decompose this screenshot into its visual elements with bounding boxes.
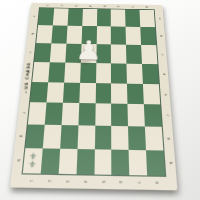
board-square xyxy=(43,125,62,149)
board-square xyxy=(129,150,147,175)
board-square xyxy=(126,27,141,45)
coordinate-label: 5 xyxy=(100,175,106,188)
board-square xyxy=(28,103,47,125)
board-square xyxy=(112,150,130,175)
board-square xyxy=(66,26,82,44)
board-square xyxy=(67,9,82,26)
board-square xyxy=(79,82,96,103)
board-square xyxy=(96,44,111,63)
coordinate-label: 4 xyxy=(81,175,88,188)
board-square xyxy=(143,83,160,104)
edge-labels-bottom: 12345678 xyxy=(22,176,166,188)
board-square xyxy=(95,104,112,127)
board-square xyxy=(112,126,129,150)
coordinate-label: 7 xyxy=(135,176,142,189)
coordinate-label: 1 xyxy=(27,174,35,187)
board-square xyxy=(96,26,111,44)
board-square xyxy=(96,63,112,83)
chess-grid: ⚜⚜ xyxy=(23,8,165,176)
board-square xyxy=(94,126,111,150)
board-square xyxy=(145,127,163,151)
coordinate-label: 8 xyxy=(153,176,160,189)
board-square xyxy=(45,103,63,125)
board-square xyxy=(38,8,54,25)
photo-background: 12345678 12345678 abcdefgh abcdefgh US C… xyxy=(0,0,200,200)
board-square xyxy=(142,64,159,84)
board-square xyxy=(30,82,48,103)
board-square xyxy=(111,104,128,127)
board-square xyxy=(126,44,142,63)
board-square xyxy=(81,26,96,44)
pawn-cast-shadow xyxy=(77,61,90,64)
coordinate-label: 2 xyxy=(45,174,52,187)
board-square xyxy=(46,82,64,103)
board-square xyxy=(128,126,146,150)
board-square xyxy=(127,63,143,83)
board-square xyxy=(25,125,44,149)
vinyl-chessboard: 12345678 12345678 abcdefgh abcdefgh US C… xyxy=(10,3,178,191)
board-grid-area: ⚜⚜ ♟ xyxy=(23,8,165,176)
board-square xyxy=(80,63,96,83)
board-square xyxy=(65,43,81,62)
board-square xyxy=(78,103,95,126)
board-square xyxy=(141,45,157,64)
board-square xyxy=(146,150,165,175)
board-square xyxy=(64,62,81,82)
board-square xyxy=(97,9,112,26)
board-square xyxy=(140,27,156,45)
board-square xyxy=(144,105,162,128)
board-square xyxy=(111,83,127,104)
coordinate-label: 3 xyxy=(63,175,70,188)
board-square xyxy=(111,44,126,63)
board-square xyxy=(77,126,95,150)
board-square xyxy=(36,25,52,43)
board-square xyxy=(76,149,94,174)
board-square xyxy=(128,104,145,127)
board-square: ⚜⚜ xyxy=(23,148,43,173)
board-square xyxy=(50,43,67,62)
board-square xyxy=(63,82,80,103)
board-square xyxy=(34,43,51,62)
board-square xyxy=(125,10,140,27)
board-square xyxy=(127,83,144,104)
board-square xyxy=(95,83,111,104)
board-square xyxy=(61,103,79,126)
board-square xyxy=(140,10,155,27)
board-square xyxy=(111,26,126,44)
board-square xyxy=(53,8,69,25)
board-square xyxy=(32,62,49,82)
board-square xyxy=(48,62,65,82)
coordinate-label: 6 xyxy=(117,175,124,188)
board-square xyxy=(111,9,126,26)
board-square xyxy=(82,9,97,26)
board-square xyxy=(111,63,127,83)
brand-emblem-icon: ⚜⚜ xyxy=(23,148,43,173)
board-square xyxy=(80,44,96,63)
board-square xyxy=(94,149,112,174)
board-square xyxy=(41,149,60,174)
board-square xyxy=(58,149,77,174)
board-square xyxy=(51,25,67,43)
board-square xyxy=(60,125,78,149)
